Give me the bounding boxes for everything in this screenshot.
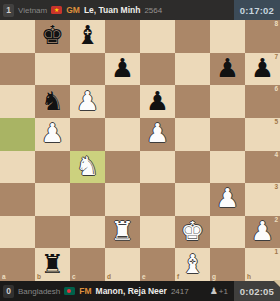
piece-black-pawn[interactable]: ♟ bbox=[251, 55, 274, 81]
square-h5[interactable]: 5 bbox=[245, 118, 280, 151]
piece-white-knight[interactable]: ♞ bbox=[76, 153, 99, 179]
chess-board: ♚♝8♟♟♟7♞♟♟6♟♟5♞4♟3♜♚♟2a♜bcde♝fg1h bbox=[0, 20, 280, 281]
file-label-h: h bbox=[247, 274, 251, 281]
square-d3[interactable] bbox=[105, 183, 140, 216]
square-g7[interactable]: ♟ bbox=[210, 53, 245, 86]
square-a2[interactable] bbox=[0, 216, 35, 249]
square-c3[interactable] bbox=[70, 183, 105, 216]
square-f1[interactable]: ♝f bbox=[175, 248, 210, 281]
top-player-bar: 1 Vietnam GM Le, Tuan Minh 2564 0:17:02 bbox=[0, 0, 280, 20]
pawn-icon: ♟ bbox=[210, 287, 218, 296]
square-e4[interactable] bbox=[140, 151, 175, 184]
square-e1[interactable]: e bbox=[140, 248, 175, 281]
square-h1[interactable]: 1h bbox=[245, 248, 280, 281]
file-label-e: e bbox=[142, 274, 146, 281]
player-rating-bottom: 2417 bbox=[171, 287, 189, 296]
bottom-player-bar: 0 Bangladesh FM Manon, Reja Neer 2417 ♟ … bbox=[0, 281, 280, 301]
square-b1[interactable]: ♜b bbox=[35, 248, 70, 281]
square-b7[interactable] bbox=[35, 53, 70, 86]
file-label-g: g bbox=[212, 274, 216, 281]
piece-white-pawn[interactable]: ♟ bbox=[146, 120, 169, 146]
player-title-bottom: FM bbox=[79, 286, 91, 296]
square-b3[interactable] bbox=[35, 183, 70, 216]
square-g4[interactable] bbox=[210, 151, 245, 184]
square-a7[interactable] bbox=[0, 53, 35, 86]
square-f7[interactable] bbox=[175, 53, 210, 86]
square-f5[interactable] bbox=[175, 118, 210, 151]
piece-white-bishop[interactable]: ♝ bbox=[181, 251, 204, 277]
square-e3[interactable] bbox=[140, 183, 175, 216]
square-f6[interactable] bbox=[175, 85, 210, 118]
square-h6[interactable]: 6 bbox=[245, 85, 280, 118]
square-f8[interactable] bbox=[175, 20, 210, 53]
square-g6[interactable] bbox=[210, 85, 245, 118]
bangladesh-flag-icon bbox=[64, 287, 75, 295]
square-d2[interactable]: ♜ bbox=[105, 216, 140, 249]
rank-label-3: 3 bbox=[274, 184, 278, 191]
square-f4[interactable] bbox=[175, 151, 210, 184]
rank-label-4: 4 bbox=[274, 152, 278, 159]
square-g2[interactable] bbox=[210, 216, 245, 249]
country-label-top: Vietnam bbox=[18, 6, 47, 15]
square-g5[interactable] bbox=[210, 118, 245, 151]
square-h7[interactable]: ♟7 bbox=[245, 53, 280, 86]
rank-label-2: 2 bbox=[274, 217, 278, 224]
square-g3[interactable]: ♟ bbox=[210, 183, 245, 216]
match-score-top: 1 bbox=[3, 4, 14, 17]
piece-black-pawn[interactable]: ♟ bbox=[216, 55, 239, 81]
piece-black-rook[interactable]: ♜ bbox=[41, 251, 64, 277]
square-a8[interactable] bbox=[0, 20, 35, 53]
square-f2[interactable]: ♚ bbox=[175, 216, 210, 249]
piece-black-king[interactable]: ♚ bbox=[41, 22, 64, 48]
square-d5[interactable] bbox=[105, 118, 140, 151]
square-d8[interactable] bbox=[105, 20, 140, 53]
piece-white-pawn[interactable]: ♟ bbox=[76, 88, 99, 114]
square-d4[interactable] bbox=[105, 151, 140, 184]
piece-white-pawn[interactable]: ♟ bbox=[41, 120, 64, 146]
file-label-c: c bbox=[72, 274, 76, 281]
square-d6[interactable] bbox=[105, 85, 140, 118]
square-e7[interactable] bbox=[140, 53, 175, 86]
square-g1[interactable]: g bbox=[210, 248, 245, 281]
square-b4[interactable] bbox=[35, 151, 70, 184]
chess-broadcast-window: 1 Vietnam GM Le, Tuan Minh 2564 0:17:02 … bbox=[0, 0, 280, 301]
piece-white-rook[interactable]: ♜ bbox=[111, 218, 134, 244]
square-e8[interactable] bbox=[140, 20, 175, 53]
square-c1[interactable]: c bbox=[70, 248, 105, 281]
square-c5[interactable] bbox=[70, 118, 105, 151]
square-e2[interactable] bbox=[140, 216, 175, 249]
material-advantage: ♟ +1 bbox=[210, 287, 228, 296]
rank-label-7: 7 bbox=[274, 54, 278, 61]
player-rating-top: 2564 bbox=[144, 6, 162, 15]
piece-white-pawn[interactable]: ♟ bbox=[216, 185, 239, 211]
player-name-top: Le, Tuan Minh bbox=[84, 5, 141, 15]
square-b6[interactable]: ♞ bbox=[35, 85, 70, 118]
square-d7[interactable]: ♟ bbox=[105, 53, 140, 86]
square-c2[interactable] bbox=[70, 216, 105, 249]
square-a6[interactable] bbox=[0, 85, 35, 118]
rank-label-5: 5 bbox=[274, 119, 278, 126]
piece-black-pawn[interactable]: ♟ bbox=[111, 55, 134, 81]
square-g8[interactable] bbox=[210, 20, 245, 53]
rank-label-8: 8 bbox=[274, 21, 278, 28]
square-b5[interactable]: ♟ bbox=[35, 118, 70, 151]
file-label-f: f bbox=[177, 274, 179, 281]
square-a5[interactable] bbox=[0, 118, 35, 151]
square-a3[interactable] bbox=[0, 183, 35, 216]
square-h3[interactable]: 3 bbox=[245, 183, 280, 216]
match-score-bottom: 0 bbox=[3, 285, 14, 298]
rank-label-6: 6 bbox=[274, 86, 278, 93]
player-title-top: GM bbox=[66, 5, 80, 15]
square-h8[interactable]: 8 bbox=[245, 20, 280, 53]
material-advantage-value: +1 bbox=[219, 287, 228, 296]
square-b8[interactable]: ♚ bbox=[35, 20, 70, 53]
square-d1[interactable]: d bbox=[105, 248, 140, 281]
file-label-d: d bbox=[107, 274, 111, 281]
square-c4[interactable]: ♞ bbox=[70, 151, 105, 184]
square-h2[interactable]: ♟2 bbox=[245, 216, 280, 249]
rank-label-1: 1 bbox=[274, 249, 278, 256]
square-c7[interactable] bbox=[70, 53, 105, 86]
piece-black-pawn[interactable]: ♟ bbox=[146, 88, 169, 114]
piece-white-pawn[interactable]: ♟ bbox=[251, 218, 274, 244]
vietnam-flag-icon bbox=[51, 6, 62, 14]
square-c6[interactable]: ♟ bbox=[70, 85, 105, 118]
piece-black-knight[interactable]: ♞ bbox=[41, 88, 64, 114]
piece-black-bishop[interactable]: ♝ bbox=[76, 22, 99, 48]
board-resize-handle-icon[interactable] bbox=[273, 280, 280, 287]
file-label-a: a bbox=[2, 274, 6, 281]
country-label-bottom: Bangladesh bbox=[18, 287, 60, 296]
square-e6[interactable]: ♟ bbox=[140, 85, 175, 118]
square-b2[interactable] bbox=[35, 216, 70, 249]
square-h4[interactable]: 4 bbox=[245, 151, 280, 184]
player-name-bottom: Manon, Reja Neer bbox=[96, 286, 167, 296]
top-player-clock: 0:17:02 bbox=[234, 0, 280, 20]
square-e5[interactable]: ♟ bbox=[140, 118, 175, 151]
square-a4[interactable] bbox=[0, 151, 35, 184]
square-c8[interactable]: ♝ bbox=[70, 20, 105, 53]
square-f3[interactable] bbox=[175, 183, 210, 216]
file-label-b: b bbox=[37, 274, 41, 281]
piece-white-king[interactable]: ♚ bbox=[181, 218, 204, 244]
square-a1[interactable]: a bbox=[0, 248, 35, 281]
